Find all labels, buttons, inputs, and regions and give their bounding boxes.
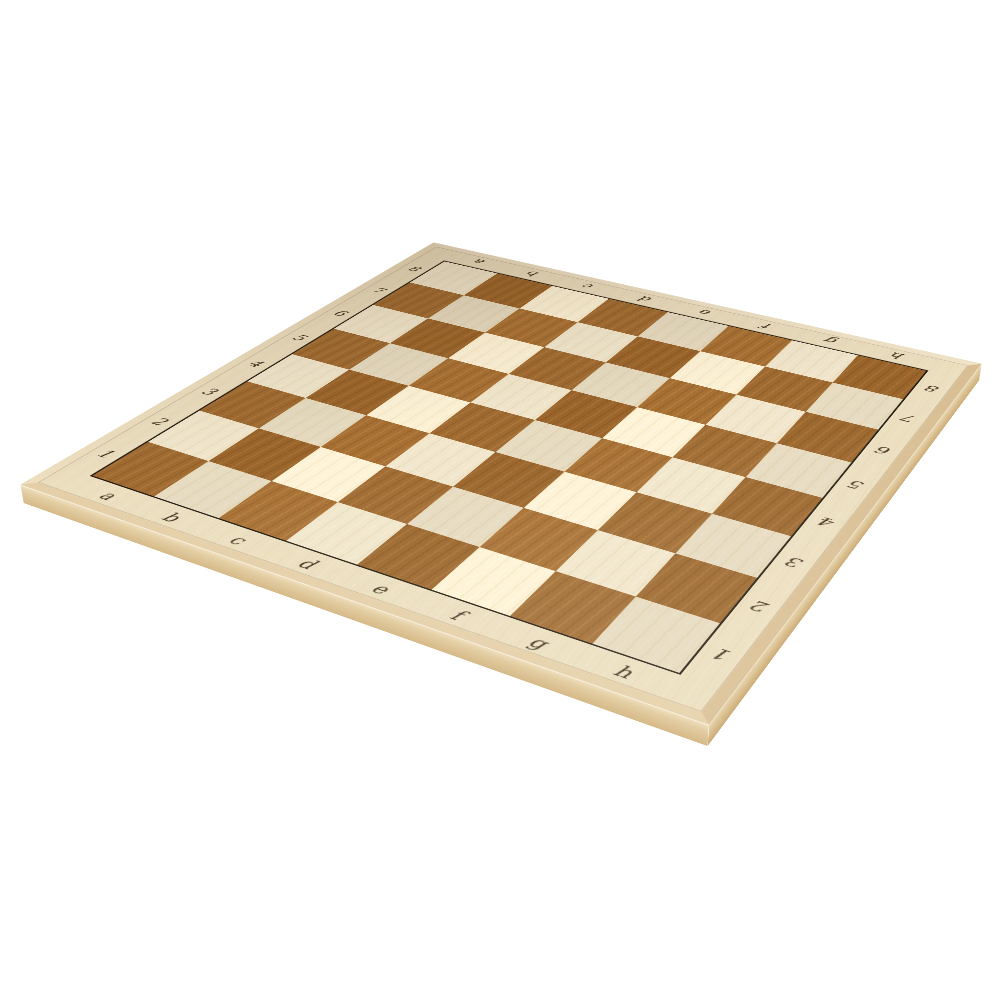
product-photo: abcdefgh abcdefgh 87654321 87654321	[0, 0, 1000, 1000]
chess-board: abcdefgh abcdefgh 87654321 87654321	[21, 242, 982, 725]
